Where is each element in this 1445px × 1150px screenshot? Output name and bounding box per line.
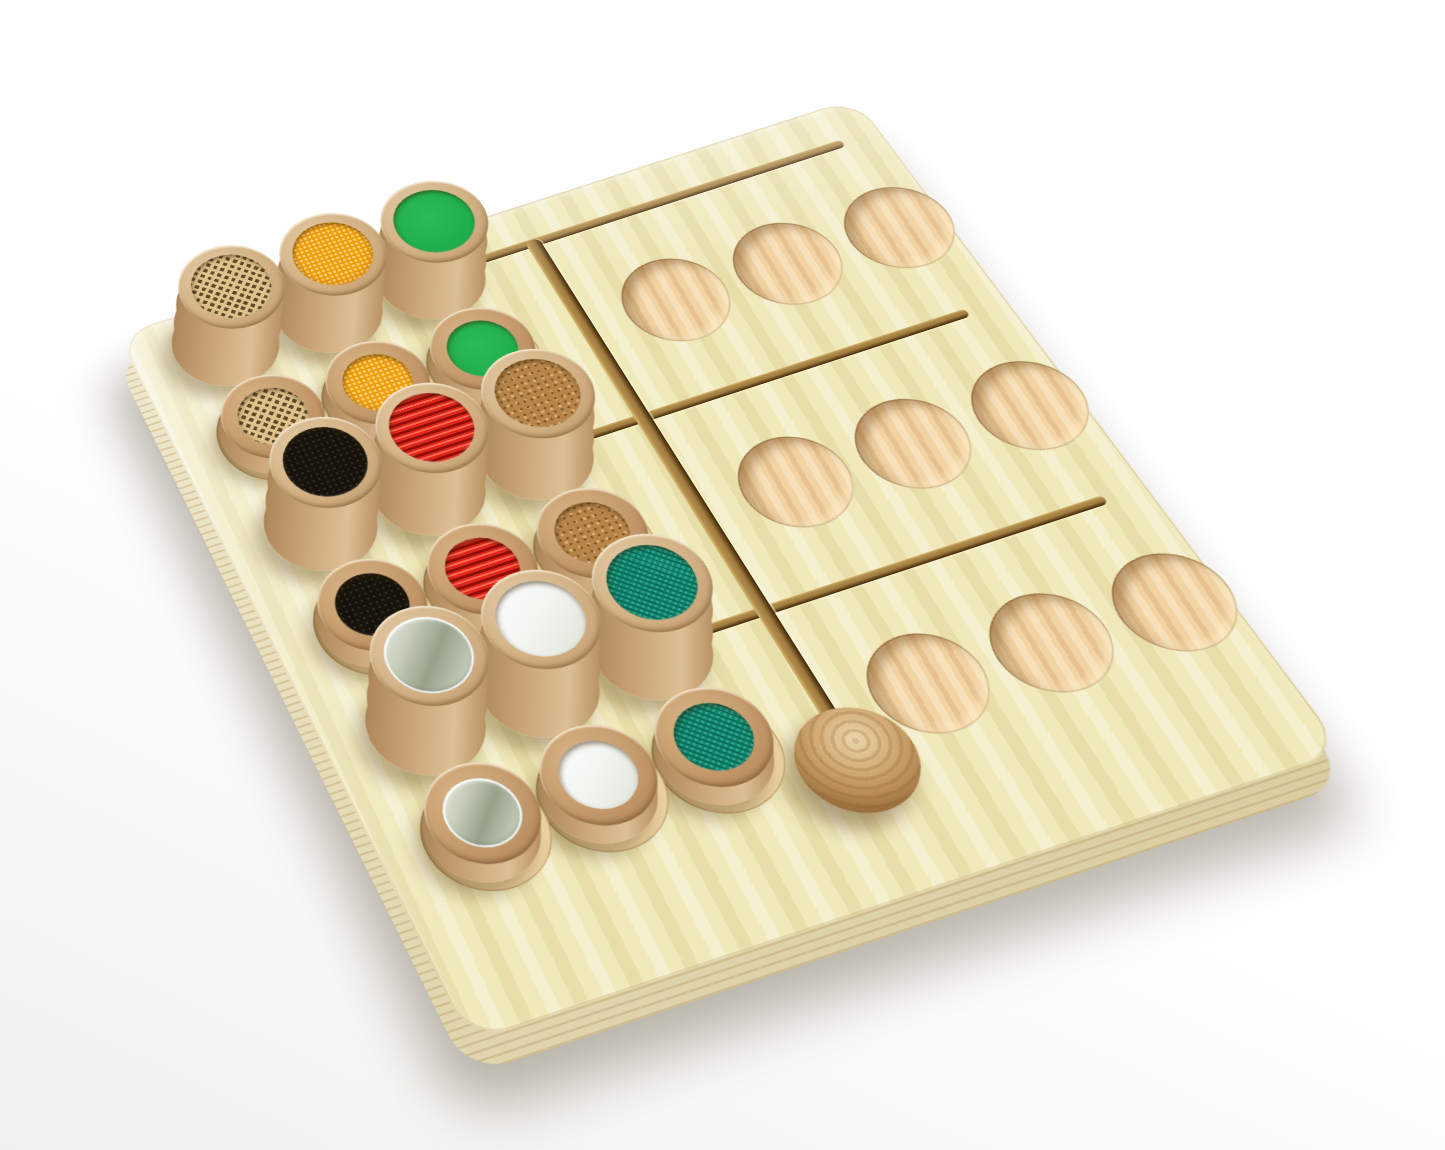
recess-empty xyxy=(834,386,994,503)
texture-mirror xyxy=(430,768,536,856)
recess-empty xyxy=(714,210,863,317)
recess-empty xyxy=(824,175,975,281)
texture-white xyxy=(545,731,653,819)
recess-empty xyxy=(950,348,1112,464)
texture-teal xyxy=(659,693,768,780)
recess-empty xyxy=(718,423,875,541)
texture-velcro xyxy=(279,213,386,295)
recess-empty xyxy=(1088,539,1262,666)
photo-scene xyxy=(0,0,1445,1150)
texture-felt xyxy=(269,417,382,507)
game-board xyxy=(118,98,1345,1042)
recess-empty xyxy=(603,246,750,354)
texture-green xyxy=(380,181,489,262)
texture-burlap xyxy=(179,245,285,327)
